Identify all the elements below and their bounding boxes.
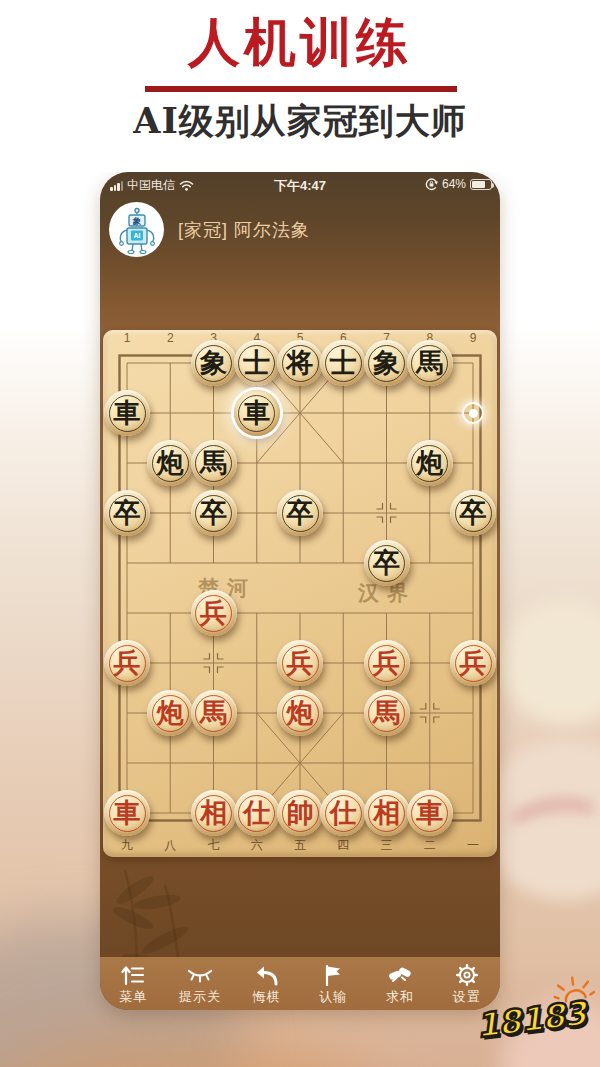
piece-glyph: 兵 (104, 640, 150, 686)
piece-glyph: 卒 (450, 490, 496, 536)
piece-glyph: 象 (191, 340, 237, 386)
piece-red-車[interactable]: 車 (104, 790, 150, 836)
piece-red-兵[interactable]: 兵 (277, 640, 323, 686)
menu-icon (121, 964, 145, 986)
resign-button[interactable]: 认输 (300, 957, 367, 1010)
piece-black-車[interactable]: 車 (104, 390, 150, 436)
piece-glyph: 卒 (104, 490, 150, 536)
piece-black-卒[interactable]: 卒 (277, 490, 323, 536)
file-number-bottom: 二 (415, 837, 445, 854)
piece-glyph: 馬 (191, 690, 237, 736)
settings-label: 设置 (453, 988, 481, 1006)
piece-glyph: 帥 (277, 790, 323, 836)
piece-glyph: 車 (104, 790, 150, 836)
undo-icon (255, 964, 279, 986)
piece-glyph: 仕 (234, 790, 280, 836)
undo-move-button[interactable]: 悔棋 (233, 957, 300, 1010)
piece-glyph: 兵 (364, 640, 410, 686)
handshake-icon (387, 964, 413, 986)
piece-glyph: 相 (191, 790, 237, 836)
piece-glyph: 兵 (191, 590, 237, 636)
piece-glyph: 炮 (147, 690, 193, 736)
file-number-top: 2 (155, 331, 185, 345)
piece-black-馬[interactable]: 馬 (191, 440, 237, 486)
piece-red-馬[interactable]: 馬 (364, 690, 410, 736)
rotation-lock-icon (425, 178, 438, 191)
piece-glyph: 兵 (277, 640, 323, 686)
piece-glyph: 象 (364, 340, 410, 386)
draw-label: 求和 (386, 988, 414, 1006)
piece-glyph: 将 (277, 340, 323, 386)
menu-button[interactable]: 菜单 (100, 957, 167, 1010)
opponent-info: 象 AI [家冠] 阿尔法象 (109, 202, 310, 257)
blurred-xiangqi-piece (500, 600, 600, 725)
piece-black-将[interactable]: 将 (277, 340, 323, 386)
file-number-bottom: 九 (112, 837, 142, 854)
file-number-bottom: 五 (285, 837, 315, 854)
piece-red-仕[interactable]: 仕 (320, 790, 366, 836)
file-number-bottom: 一 (458, 837, 488, 854)
file-number-top: 9 (458, 331, 488, 345)
piece-glyph: 炮 (407, 440, 453, 486)
piece-glyph: 馬 (364, 690, 410, 736)
hint-toggle-button[interactable]: 提示关 (167, 957, 234, 1010)
piece-red-相[interactable]: 相 (191, 790, 237, 836)
piece-glyph: 馬 (407, 340, 453, 386)
file-number-top: 1 (112, 331, 142, 345)
page-title: 人机训练 (0, 8, 600, 78)
file-number-bottom: 八 (155, 837, 185, 854)
ai-robot-avatar: 象 AI (109, 202, 164, 257)
battery-icon (470, 179, 492, 190)
piece-glyph: 仕 (320, 790, 366, 836)
file-number-bottom: 三 (372, 837, 402, 854)
offer-draw-button[interactable]: 求和 (367, 957, 434, 1010)
piece-glyph: 車 (104, 390, 150, 436)
piece-red-帥[interactable]: 帥 (277, 790, 323, 836)
title-divider (145, 86, 457, 92)
piece-black-炮[interactable]: 炮 (407, 440, 453, 486)
piece-red-兵[interactable]: 兵 (191, 590, 237, 636)
page: 乂 人机训练 AI级别从家冠到大师 中国电信 下午4:47 (0, 0, 600, 1067)
piece-glyph: 相 (364, 790, 410, 836)
gear-icon (456, 964, 478, 986)
hint-label: 提示关 (179, 988, 221, 1006)
piece-black-士[interactable]: 士 (234, 340, 280, 386)
header: 人机训练 AI级别从家冠到大师 (0, 0, 600, 172)
resign-label: 认输 (319, 988, 347, 1006)
piece-black-卒[interactable]: 卒 (191, 490, 237, 536)
avatar-head-glyph: 象 (131, 215, 141, 225)
piece-glyph: 卒 (277, 490, 323, 536)
piece-red-車[interactable]: 車 (407, 790, 453, 836)
piece-glyph: 車 (234, 390, 280, 436)
board-grid (103, 330, 497, 857)
piece-glyph: 士 (234, 340, 280, 386)
piece-glyph: 車 (407, 790, 453, 836)
piece-red-相[interactable]: 相 (364, 790, 410, 836)
bottom-toolbar: 菜单 提示关 悔棋 (100, 957, 500, 1010)
piece-red-兵[interactable]: 兵 (104, 640, 150, 686)
piece-black-車[interactable]: 車 (234, 390, 280, 436)
piece-black-炮[interactable]: 炮 (147, 440, 193, 486)
piece-glyph: 卒 (364, 540, 410, 586)
piece-black-卒[interactable]: 卒 (104, 490, 150, 536)
piece-black-象[interactable]: 象 (364, 340, 410, 386)
flag-icon (322, 964, 344, 986)
piece-red-炮[interactable]: 炮 (147, 690, 193, 736)
piece-red-兵[interactable]: 兵 (364, 640, 410, 686)
piece-red-仕[interactable]: 仕 (234, 790, 280, 836)
piece-black-卒[interactable]: 卒 (450, 490, 496, 536)
piece-red-兵[interactable]: 兵 (450, 640, 496, 686)
piece-glyph: 馬 (191, 440, 237, 486)
file-number-bottom: 六 (242, 837, 272, 854)
piece-black-馬[interactable]: 馬 (407, 340, 453, 386)
sun-doodle-icon (551, 972, 596, 1007)
battery-percent-label: 64% (442, 177, 466, 191)
opponent-name: [家冠] 阿尔法象 (178, 218, 310, 242)
file-number-bottom: 四 (328, 837, 358, 854)
piece-glyph: 兵 (450, 640, 496, 686)
file-number-bottom: 七 (199, 837, 229, 854)
xiangqi-board[interactable]: 123456789九八七六五四三二一楚河汉界象士将士象馬車車炮馬炮卒卒卒卒卒兵兵… (103, 330, 497, 857)
eye-closed-icon (187, 964, 213, 986)
avatar-ai-badge: AI (133, 232, 140, 239)
piece-red-馬[interactable]: 馬 (191, 690, 237, 736)
piece-black-卒[interactable]: 卒 (364, 540, 410, 586)
status-bar: 中国电信 下午4:47 64% (100, 172, 500, 198)
piece-glyph: 卒 (191, 490, 237, 536)
piece-black-士[interactable]: 士 (320, 340, 366, 386)
settings-button[interactable]: 设置 (433, 957, 500, 1010)
piece-black-象[interactable]: 象 (191, 340, 237, 386)
undo-label: 悔棋 (253, 988, 281, 1006)
last-move-origin-marker (462, 402, 484, 424)
piece-red-炮[interactable]: 炮 (277, 690, 323, 736)
page-subtitle: AI级别从家冠到大师 (0, 98, 600, 145)
piece-glyph: 士 (320, 340, 366, 386)
piece-glyph: 炮 (147, 440, 193, 486)
menu-label: 菜单 (119, 988, 147, 1006)
app-screenshot: 中国电信 下午4:47 64% (100, 172, 500, 1010)
piece-glyph: 炮 (277, 690, 323, 736)
